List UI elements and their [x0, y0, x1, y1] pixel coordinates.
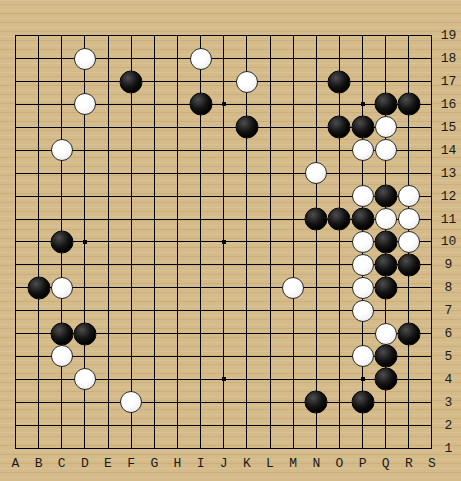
- intersection-L4[interactable]: [258, 368, 281, 391]
- intersection-L15[interactable]: [258, 116, 281, 139]
- intersection-G18[interactable]: [143, 47, 166, 70]
- intersection-I6[interactable]: [189, 322, 212, 345]
- intersection-P11[interactable]: [351, 208, 374, 231]
- intersection-P10[interactable]: [351, 230, 374, 253]
- intersection-G5[interactable]: [143, 345, 166, 368]
- intersection-D5[interactable]: [73, 345, 96, 368]
- intersection-N12[interactable]: [305, 185, 328, 208]
- intersection-O9[interactable]: [328, 253, 351, 276]
- intersection-L5[interactable]: [258, 345, 281, 368]
- intersection-E14[interactable]: [96, 139, 119, 162]
- intersection-P8[interactable]: [351, 276, 374, 299]
- intersection-J11[interactable]: [212, 208, 235, 231]
- intersection-N17[interactable]: [305, 70, 328, 93]
- intersection-F8[interactable]: [120, 276, 143, 299]
- intersection-L10[interactable]: [258, 230, 281, 253]
- intersection-J15[interactable]: [212, 116, 235, 139]
- intersection-K3[interactable]: [235, 391, 258, 414]
- intersection-C16[interactable]: [50, 93, 73, 116]
- intersection-Q2[interactable]: [374, 414, 397, 437]
- intersection-A10[interactable]: [4, 230, 27, 253]
- intersection-Q3[interactable]: [374, 391, 397, 414]
- intersection-J19[interactable]: [212, 24, 235, 47]
- intersection-C13[interactable]: [50, 162, 73, 185]
- intersection-Q15[interactable]: [374, 116, 397, 139]
- intersection-A8[interactable]: [4, 276, 27, 299]
- intersection-C9[interactable]: [50, 253, 73, 276]
- intersection-I8[interactable]: [189, 276, 212, 299]
- intersection-C5[interactable]: [50, 345, 73, 368]
- intersection-C12[interactable]: [50, 185, 73, 208]
- intersection-F12[interactable]: [120, 185, 143, 208]
- intersection-O18[interactable]: [328, 47, 351, 70]
- intersection-H9[interactable]: [166, 253, 189, 276]
- intersection-E5[interactable]: [96, 345, 119, 368]
- intersection-E12[interactable]: [96, 185, 119, 208]
- intersection-G13[interactable]: [143, 162, 166, 185]
- intersection-D11[interactable]: [73, 208, 96, 231]
- intersection-B12[interactable]: [27, 185, 50, 208]
- intersection-K11[interactable]: [235, 208, 258, 231]
- intersection-L8[interactable]: [258, 276, 281, 299]
- intersection-N13[interactable]: [305, 162, 328, 185]
- intersection-O7[interactable]: [328, 299, 351, 322]
- intersection-G10[interactable]: [143, 230, 166, 253]
- intersection-F4[interactable]: [120, 368, 143, 391]
- intersection-D10[interactable]: [73, 230, 96, 253]
- intersection-L13[interactable]: [258, 162, 281, 185]
- intersection-O13[interactable]: [328, 162, 351, 185]
- intersection-H14[interactable]: [166, 139, 189, 162]
- intersection-A17[interactable]: [4, 70, 27, 93]
- intersection-Q12[interactable]: [374, 185, 397, 208]
- intersection-R11[interactable]: [397, 208, 420, 231]
- intersection-N16[interactable]: [305, 93, 328, 116]
- intersection-R13[interactable]: [397, 162, 420, 185]
- intersection-Q6[interactable]: [374, 322, 397, 345]
- intersection-G6[interactable]: [143, 322, 166, 345]
- intersection-K5[interactable]: [235, 345, 258, 368]
- intersection-P19[interactable]: [351, 24, 374, 47]
- intersection-R9[interactable]: [397, 253, 420, 276]
- intersection-M9[interactable]: [282, 253, 305, 276]
- intersection-J16[interactable]: [212, 93, 235, 116]
- intersection-F13[interactable]: [120, 162, 143, 185]
- intersection-N15[interactable]: [305, 116, 328, 139]
- intersection-C18[interactable]: [50, 47, 73, 70]
- intersection-M14[interactable]: [282, 139, 305, 162]
- intersection-J17[interactable]: [212, 70, 235, 93]
- intersection-C4[interactable]: [50, 368, 73, 391]
- intersection-G19[interactable]: [143, 24, 166, 47]
- intersection-L11[interactable]: [258, 208, 281, 231]
- intersection-K4[interactable]: [235, 368, 258, 391]
- intersection-E15[interactable]: [96, 116, 119, 139]
- intersection-C10[interactable]: [50, 230, 73, 253]
- intersection-N10[interactable]: [305, 230, 328, 253]
- intersection-D17[interactable]: [73, 70, 96, 93]
- intersection-F5[interactable]: [120, 345, 143, 368]
- intersection-A5[interactable]: [4, 345, 27, 368]
- intersection-Q10[interactable]: [374, 230, 397, 253]
- intersection-Q17[interactable]: [374, 70, 397, 93]
- intersection-R6[interactable]: [397, 322, 420, 345]
- intersection-H16[interactable]: [166, 93, 189, 116]
- intersection-Q4[interactable]: [374, 368, 397, 391]
- intersection-G2[interactable]: [143, 414, 166, 437]
- intersection-M10[interactable]: [282, 230, 305, 253]
- intersection-F11[interactable]: [120, 208, 143, 231]
- intersection-R4[interactable]: [397, 368, 420, 391]
- intersection-G4[interactable]: [143, 368, 166, 391]
- intersection-M16[interactable]: [282, 93, 305, 116]
- intersection-K13[interactable]: [235, 162, 258, 185]
- intersection-O6[interactable]: [328, 322, 351, 345]
- intersection-B11[interactable]: [27, 208, 50, 231]
- intersection-G15[interactable]: [143, 116, 166, 139]
- intersection-G8[interactable]: [143, 276, 166, 299]
- intersection-E2[interactable]: [96, 414, 119, 437]
- intersection-N18[interactable]: [305, 47, 328, 70]
- intersection-O12[interactable]: [328, 185, 351, 208]
- intersection-K6[interactable]: [235, 322, 258, 345]
- intersection-E8[interactable]: [96, 276, 119, 299]
- intersection-C3[interactable]: [50, 391, 73, 414]
- intersection-D2[interactable]: [73, 414, 96, 437]
- intersection-N3[interactable]: [305, 391, 328, 414]
- intersection-K18[interactable]: [235, 47, 258, 70]
- intersection-M11[interactable]: [282, 208, 305, 231]
- intersection-O10[interactable]: [328, 230, 351, 253]
- intersection-H15[interactable]: [166, 116, 189, 139]
- intersection-C8[interactable]: [50, 276, 73, 299]
- intersection-D4[interactable]: [73, 368, 96, 391]
- intersection-B15[interactable]: [27, 116, 50, 139]
- intersection-H19[interactable]: [166, 24, 189, 47]
- intersection-J7[interactable]: [212, 299, 235, 322]
- intersection-H17[interactable]: [166, 70, 189, 93]
- intersection-A3[interactable]: [4, 391, 27, 414]
- intersection-Q8[interactable]: [374, 276, 397, 299]
- intersection-E19[interactable]: [96, 24, 119, 47]
- intersection-P14[interactable]: [351, 139, 374, 162]
- intersection-A6[interactable]: [4, 322, 27, 345]
- intersection-E6[interactable]: [96, 322, 119, 345]
- intersection-K16[interactable]: [235, 93, 258, 116]
- intersection-L3[interactable]: [258, 391, 281, 414]
- intersection-D12[interactable]: [73, 185, 96, 208]
- intersection-C17[interactable]: [50, 70, 73, 93]
- intersection-J14[interactable]: [212, 139, 235, 162]
- intersection-A7[interactable]: [4, 299, 27, 322]
- intersection-A15[interactable]: [4, 116, 27, 139]
- intersection-O11[interactable]: [328, 208, 351, 231]
- intersection-L12[interactable]: [258, 185, 281, 208]
- intersection-P3[interactable]: [351, 391, 374, 414]
- intersection-J4[interactable]: [212, 368, 235, 391]
- intersection-K7[interactable]: [235, 299, 258, 322]
- intersection-Q7[interactable]: [374, 299, 397, 322]
- intersection-C2[interactable]: [50, 414, 73, 437]
- intersection-D13[interactable]: [73, 162, 96, 185]
- intersection-K15[interactable]: [235, 116, 258, 139]
- intersection-I15[interactable]: [189, 116, 212, 139]
- intersection-A11[interactable]: [4, 208, 27, 231]
- intersection-H4[interactable]: [166, 368, 189, 391]
- intersection-C15[interactable]: [50, 116, 73, 139]
- intersection-L14[interactable]: [258, 139, 281, 162]
- intersection-O3[interactable]: [328, 391, 351, 414]
- intersection-N5[interactable]: [305, 345, 328, 368]
- intersection-F6[interactable]: [120, 322, 143, 345]
- intersection-E3[interactable]: [96, 391, 119, 414]
- intersection-N11[interactable]: [305, 208, 328, 231]
- intersection-C7[interactable]: [50, 299, 73, 322]
- intersection-D18[interactable]: [73, 47, 96, 70]
- intersection-B5[interactable]: [27, 345, 50, 368]
- intersection-B17[interactable]: [27, 70, 50, 93]
- intersection-F7[interactable]: [120, 299, 143, 322]
- intersection-R12[interactable]: [397, 185, 420, 208]
- intersection-M7[interactable]: [282, 299, 305, 322]
- intersection-M8[interactable]: [282, 276, 305, 299]
- intersection-I2[interactable]: [189, 414, 212, 437]
- intersection-B13[interactable]: [27, 162, 50, 185]
- intersection-J10[interactable]: [212, 230, 235, 253]
- intersection-B7[interactable]: [27, 299, 50, 322]
- intersection-P7[interactable]: [351, 299, 374, 322]
- intersection-M18[interactable]: [282, 47, 305, 70]
- intersection-M3[interactable]: [282, 391, 305, 414]
- intersection-K19[interactable]: [235, 24, 258, 47]
- intersection-P12[interactable]: [351, 185, 374, 208]
- intersection-R14[interactable]: [397, 139, 420, 162]
- intersection-B3[interactable]: [27, 391, 50, 414]
- intersection-H5[interactable]: [166, 345, 189, 368]
- intersection-N14[interactable]: [305, 139, 328, 162]
- intersection-R17[interactable]: [397, 70, 420, 93]
- intersection-E9[interactable]: [96, 253, 119, 276]
- intersection-I5[interactable]: [189, 345, 212, 368]
- intersection-E11[interactable]: [96, 208, 119, 231]
- intersection-A16[interactable]: [4, 93, 27, 116]
- intersection-B2[interactable]: [27, 414, 50, 437]
- intersection-G17[interactable]: [143, 70, 166, 93]
- intersection-H7[interactable]: [166, 299, 189, 322]
- intersection-J18[interactable]: [212, 47, 235, 70]
- intersection-M15[interactable]: [282, 116, 305, 139]
- intersection-J3[interactable]: [212, 391, 235, 414]
- intersection-O17[interactable]: [328, 70, 351, 93]
- intersection-D14[interactable]: [73, 139, 96, 162]
- intersection-H6[interactable]: [166, 322, 189, 345]
- intersection-I7[interactable]: [189, 299, 212, 322]
- intersection-H3[interactable]: [166, 391, 189, 414]
- intersection-I13[interactable]: [189, 162, 212, 185]
- intersection-C14[interactable]: [50, 139, 73, 162]
- intersection-H10[interactable]: [166, 230, 189, 253]
- intersection-C11[interactable]: [50, 208, 73, 231]
- intersection-P13[interactable]: [351, 162, 374, 185]
- intersection-A12[interactable]: [4, 185, 27, 208]
- intersection-F14[interactable]: [120, 139, 143, 162]
- intersection-I12[interactable]: [189, 185, 212, 208]
- intersection-H2[interactable]: [166, 414, 189, 437]
- intersection-B6[interactable]: [27, 322, 50, 345]
- intersection-E4[interactable]: [96, 368, 119, 391]
- intersection-L9[interactable]: [258, 253, 281, 276]
- intersection-A14[interactable]: [4, 139, 27, 162]
- intersection-N19[interactable]: [305, 24, 328, 47]
- intersection-G3[interactable]: [143, 391, 166, 414]
- intersection-R19[interactable]: [397, 24, 420, 47]
- intersection-L16[interactable]: [258, 93, 281, 116]
- intersection-P5[interactable]: [351, 345, 374, 368]
- intersection-C6[interactable]: [50, 322, 73, 345]
- intersection-C19[interactable]: [50, 24, 73, 47]
- intersection-I10[interactable]: [189, 230, 212, 253]
- intersection-P2[interactable]: [351, 414, 374, 437]
- intersection-R15[interactable]: [397, 116, 420, 139]
- intersection-I3[interactable]: [189, 391, 212, 414]
- intersection-I11[interactable]: [189, 208, 212, 231]
- intersection-P4[interactable]: [351, 368, 374, 391]
- intersection-L6[interactable]: [258, 322, 281, 345]
- intersection-G14[interactable]: [143, 139, 166, 162]
- intersection-B8[interactable]: [27, 276, 50, 299]
- intersection-J12[interactable]: [212, 185, 235, 208]
- intersection-A4[interactable]: [4, 368, 27, 391]
- intersection-K2[interactable]: [235, 414, 258, 437]
- intersection-J8[interactable]: [212, 276, 235, 299]
- intersection-M13[interactable]: [282, 162, 305, 185]
- intersection-M19[interactable]: [282, 24, 305, 47]
- intersection-I17[interactable]: [189, 70, 212, 93]
- intersection-F17[interactable]: [120, 70, 143, 93]
- intersection-B14[interactable]: [27, 139, 50, 162]
- intersection-P6[interactable]: [351, 322, 374, 345]
- intersection-A19[interactable]: [4, 24, 27, 47]
- intersection-J9[interactable]: [212, 253, 235, 276]
- intersection-P9[interactable]: [351, 253, 374, 276]
- intersection-Q16[interactable]: [374, 93, 397, 116]
- intersection-I4[interactable]: [189, 368, 212, 391]
- intersection-D15[interactable]: [73, 116, 96, 139]
- intersection-M12[interactable]: [282, 185, 305, 208]
- intersection-G11[interactable]: [143, 208, 166, 231]
- intersection-N9[interactable]: [305, 253, 328, 276]
- intersection-H11[interactable]: [166, 208, 189, 231]
- intersection-J13[interactable]: [212, 162, 235, 185]
- intersection-Q14[interactable]: [374, 139, 397, 162]
- intersection-B4[interactable]: [27, 368, 50, 391]
- intersection-B19[interactable]: [27, 24, 50, 47]
- intersection-O19[interactable]: [328, 24, 351, 47]
- intersection-E17[interactable]: [96, 70, 119, 93]
- intersection-M4[interactable]: [282, 368, 305, 391]
- intersection-M2[interactable]: [282, 414, 305, 437]
- intersection-N6[interactable]: [305, 322, 328, 345]
- intersection-P18[interactable]: [351, 47, 374, 70]
- intersection-N7[interactable]: [305, 299, 328, 322]
- intersection-H8[interactable]: [166, 276, 189, 299]
- intersection-R18[interactable]: [397, 47, 420, 70]
- intersection-J2[interactable]: [212, 414, 235, 437]
- intersection-F9[interactable]: [120, 253, 143, 276]
- intersection-Q9[interactable]: [374, 253, 397, 276]
- intersection-R10[interactable]: [397, 230, 420, 253]
- intersection-L18[interactable]: [258, 47, 281, 70]
- intersection-H18[interactable]: [166, 47, 189, 70]
- intersection-L17[interactable]: [258, 70, 281, 93]
- intersection-G7[interactable]: [143, 299, 166, 322]
- intersection-Q18[interactable]: [374, 47, 397, 70]
- intersection-G12[interactable]: [143, 185, 166, 208]
- intersection-I16[interactable]: [189, 93, 212, 116]
- intersection-K8[interactable]: [235, 276, 258, 299]
- intersection-P16[interactable]: [351, 93, 374, 116]
- intersection-B16[interactable]: [27, 93, 50, 116]
- intersection-R5[interactable]: [397, 345, 420, 368]
- intersection-I14[interactable]: [189, 139, 212, 162]
- intersection-M17[interactable]: [282, 70, 305, 93]
- intersection-Q13[interactable]: [374, 162, 397, 185]
- intersection-K10[interactable]: [235, 230, 258, 253]
- intersection-F15[interactable]: [120, 116, 143, 139]
- intersection-K9[interactable]: [235, 253, 258, 276]
- intersection-Q5[interactable]: [374, 345, 397, 368]
- intersection-D16[interactable]: [73, 93, 96, 116]
- intersection-K17[interactable]: [235, 70, 258, 93]
- intersection-F16[interactable]: [120, 93, 143, 116]
- intersection-I18[interactable]: [189, 47, 212, 70]
- intersection-E7[interactable]: [96, 299, 119, 322]
- intersection-A18[interactable]: [4, 47, 27, 70]
- intersection-M5[interactable]: [282, 345, 305, 368]
- intersection-K12[interactable]: [235, 185, 258, 208]
- intersection-D9[interactable]: [73, 253, 96, 276]
- intersection-R16[interactable]: [397, 93, 420, 116]
- intersection-N8[interactable]: [305, 276, 328, 299]
- intersection-F2[interactable]: [120, 414, 143, 437]
- intersection-Q19[interactable]: [374, 24, 397, 47]
- intersection-D8[interactable]: [73, 276, 96, 299]
- intersection-O8[interactable]: [328, 276, 351, 299]
- intersection-F19[interactable]: [120, 24, 143, 47]
- intersection-R8[interactable]: [397, 276, 420, 299]
- intersection-R7[interactable]: [397, 299, 420, 322]
- intersection-O14[interactable]: [328, 139, 351, 162]
- intersection-O16[interactable]: [328, 93, 351, 116]
- intersection-G16[interactable]: [143, 93, 166, 116]
- intersection-K14[interactable]: [235, 139, 258, 162]
- intersection-E16[interactable]: [96, 93, 119, 116]
- intersection-R2[interactable]: [397, 414, 420, 437]
- intersection-F18[interactable]: [120, 47, 143, 70]
- intersection-O2[interactable]: [328, 414, 351, 437]
- intersection-E10[interactable]: [96, 230, 119, 253]
- intersection-G9[interactable]: [143, 253, 166, 276]
- intersection-I19[interactable]: [189, 24, 212, 47]
- intersection-M6[interactable]: [282, 322, 305, 345]
- intersection-E13[interactable]: [96, 162, 119, 185]
- intersection-D6[interactable]: [73, 322, 96, 345]
- intersection-N2[interactable]: [305, 414, 328, 437]
- intersection-F3[interactable]: [120, 391, 143, 414]
- intersection-P15[interactable]: [351, 116, 374, 139]
- intersection-J6[interactable]: [212, 322, 235, 345]
- intersection-N4[interactable]: [305, 368, 328, 391]
